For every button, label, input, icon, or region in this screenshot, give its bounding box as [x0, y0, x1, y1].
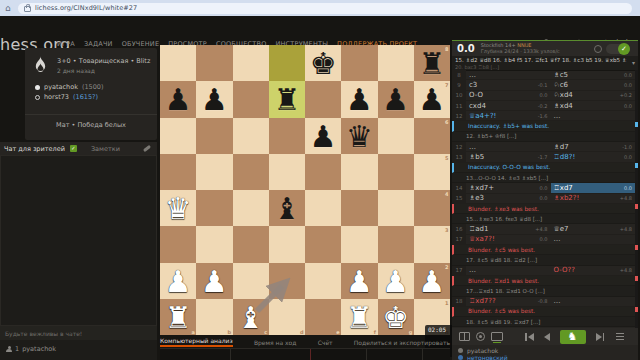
menu-icon[interactable]	[616, 333, 624, 341]
file-label: d	[300, 329, 304, 335]
move-number: 16	[452, 224, 466, 233]
square-c8[interactable]	[233, 45, 269, 81]
move-number: 8	[452, 70, 466, 79]
square-h8[interactable]: ♜8	[414, 45, 450, 81]
nav-learn[interactable]: ОБУЧЕНИЕ	[122, 40, 160, 48]
tab-crosstable[interactable]: Счёт	[318, 339, 333, 346]
variation-line[interactable]: 18. ♗c5 ♕d8 19. ♖xd7 [...]	[452, 317, 635, 327]
judgment-comment: Inaccuracy. O-O-O was best.	[452, 163, 635, 173]
square-f2[interactable]: ♟	[341, 263, 377, 299]
watcher-name[interactable]: pyatachok	[467, 347, 498, 354]
square-c6[interactable]	[233, 118, 269, 154]
eval-graph[interactable]	[160, 348, 450, 360]
engine-header: 0.0 Stockfish 14+ NNUE Глубина 24/24 · 1…	[452, 41, 638, 56]
square-g4[interactable]	[378, 190, 414, 226]
chat-tabs: Чат для зрителей ✓ Заметки	[0, 142, 157, 155]
pv-collapse-icon[interactable]: ▾	[632, 59, 635, 66]
white-move[interactable]: …	[466, 70, 551, 79]
move-number: 12	[452, 111, 466, 120]
square-b5[interactable]	[196, 154, 232, 190]
scroll-mark	[635, 245, 638, 250]
engine-tag: NNUE	[517, 42, 531, 48]
watcher-row[interactable]: нетоновский	[458, 354, 508, 360]
game-date: 2 дня назад	[57, 67, 150, 74]
tab-computer-analysis[interactable]: Компьютерный анализ	[160, 337, 233, 347]
black-move[interactable]: …	[551, 111, 636, 120]
white-move[interactable]: ♖ad1+4.8	[466, 224, 551, 233]
chat-toggle-icon[interactable]: ✓	[70, 145, 77, 152]
square-a7[interactable]: ♟	[160, 81, 196, 117]
square-d5[interactable]	[269, 154, 305, 190]
square-f5[interactable]	[341, 154, 377, 190]
knight-icon: ♞	[568, 330, 578, 344]
variation-line[interactable]: 13...O-O-O 14. ♗e3 ♗xb5 [...]	[452, 173, 635, 183]
square-g5[interactable]	[378, 154, 414, 190]
square-d4[interactable]: ♝	[269, 190, 305, 226]
principal-variation[interactable]: 15. ♗d2 ♕d8 16. ♗b4 f5 17. ♖fc1 ♕f7 18. …	[452, 56, 638, 71]
square-e7[interactable]	[305, 81, 341, 117]
move-row: 12…♗d7-1.0	[452, 142, 635, 152]
square-b6[interactable]	[196, 118, 232, 154]
rank-label: 8	[445, 46, 448, 52]
black-move[interactable]: ♘c60.0	[551, 80, 636, 89]
move-number: 14	[452, 183, 466, 192]
square-h5[interactable]: 5	[414, 154, 450, 190]
square-h4[interactable]: 4	[414, 190, 450, 226]
move-number: 9	[452, 80, 466, 89]
move-row: 11cxd4-0.2♗xd40.0	[452, 101, 635, 111]
square-e5[interactable]	[305, 154, 341, 190]
move-row: 14♗xd7+0.0♖xd70.0	[452, 183, 635, 193]
move-number: 17	[452, 235, 466, 244]
move-row: 18♖xd7??-0.8…	[452, 297, 635, 307]
white-player-name[interactable]: pyatachok	[44, 83, 78, 91]
game-result: Мат • Победа белых	[25, 114, 157, 129]
page: ⌂ lichess.org/ClNxd9lL/white#27 hess.org…	[0, 0, 640, 360]
person-icon	[6, 346, 12, 352]
move-row: 12♕a4+?!-1.6…	[452, 111, 635, 121]
scroll-mark	[635, 307, 638, 312]
screen-icon[interactable]	[491, 332, 503, 341]
time-control: 3+0 • Товарищеская • Blitz	[57, 57, 150, 65]
file-label: a	[191, 329, 194, 335]
watcher-row[interactable]: pyatachok	[458, 347, 508, 354]
black-pawn-f7[interactable]: ♟	[341, 81, 377, 117]
square-c3[interactable]	[233, 226, 269, 262]
square-b3[interactable]	[196, 226, 232, 262]
square-b2[interactable]: ♟	[196, 263, 232, 299]
black-move[interactable]: ♗xd40.0	[551, 101, 636, 110]
tab-share-export[interactable]: Поделиться и экспортировать	[354, 339, 450, 346]
watcher-name[interactable]: нетоновский	[467, 354, 508, 360]
black-player-row[interactable]: horst73 (1615?)	[35, 92, 104, 102]
white-move[interactable]: ♖xd7??-0.8	[466, 297, 551, 306]
white-move[interactable]: ♗xd7+0.0	[466, 183, 551, 192]
engine-depth: Глубина 24/24 · 1333k узлов/с	[481, 49, 560, 55]
square-f7[interactable]: ♟	[341, 81, 377, 117]
address-bar[interactable]: lichess.org/ClNxd9lL/white#27	[18, 3, 632, 14]
engine-settings-icon[interactable]	[594, 45, 602, 53]
move-list: 8…♗c50.09c3-0.1♘c60.010O-O0.0♘xd4+0.211c…	[452, 70, 635, 328]
move-row: 16♖ad1+4.8♕e7+4.8	[452, 224, 635, 234]
white-pawn-g2[interactable]: ♟	[378, 263, 414, 299]
home-icon[interactable]: ⌂	[5, 3, 11, 13]
black-bishop-d4[interactable]: ♝	[269, 190, 305, 226]
black-move[interactable]: ♘xd4+0.2	[551, 91, 636, 100]
white-move[interactable]: …	[466, 266, 551, 275]
file-label: b	[227, 329, 231, 335]
engine-toggle-knob: ✓	[618, 43, 630, 55]
rank-label: 6	[445, 119, 448, 125]
white-color-icon	[35, 85, 40, 90]
black-move[interactable]: …	[551, 235, 636, 244]
square-d1[interactable]: d	[269, 299, 305, 335]
square-g2[interactable]: ♟	[378, 263, 414, 299]
black-player-name[interactable]: horst73	[44, 93, 69, 101]
move-number: 12	[452, 142, 466, 151]
move-row: 15♗e30.0♗xb2?!+4.8	[452, 194, 635, 204]
game-meta-panel: 3+0 • Товарищеская • Blitz 2 дня назад p…	[25, 48, 157, 140]
watchers-list: pyatachok нетоновский mustfov	[458, 347, 508, 360]
engine-info: Stockfish 14+ NNUE Глубина 24/24 · 1333k…	[481, 43, 560, 55]
white-move[interactable]: …	[466, 142, 551, 151]
skip-first-button[interactable]	[525, 333, 534, 341]
file-label: f	[374, 329, 376, 335]
black-move[interactable]: ♖d8?!0.0	[551, 152, 636, 161]
move-number: 17	[452, 266, 466, 275]
square-b8[interactable]	[196, 45, 232, 81]
black-move[interactable]: ♗d7-1.0	[551, 142, 636, 151]
square-e3[interactable]	[305, 226, 341, 262]
tab-spectator-chat[interactable]: Чат для зрителей	[4, 145, 65, 153]
square-a1[interactable]: ♜a	[160, 299, 196, 335]
square-a6[interactable]	[160, 118, 196, 154]
black-move[interactable]: ♗c50.0	[551, 70, 636, 79]
square-f8[interactable]	[341, 45, 377, 81]
white-move[interactable]: ♗e30.0	[466, 194, 551, 203]
move-row: 9c3-0.1♘c60.0	[452, 80, 635, 90]
chat-placeholder: Будьте вежливы в чате!	[5, 330, 82, 337]
square-h7[interactable]: ♟7	[414, 81, 450, 117]
white-pawn-f2[interactable]: ♟	[341, 263, 377, 299]
tab-move-times[interactable]: Время на ход	[254, 339, 297, 346]
square-e4[interactable]	[305, 190, 341, 226]
square-d2[interactable]	[269, 263, 305, 299]
square-e6[interactable]: ♟	[305, 118, 341, 154]
black-move[interactable]: ♕e7+4.8	[551, 224, 636, 233]
move-number: 11	[452, 101, 466, 110]
pv-line[interactable]: 15. ♗d2 ♕d8 16. ♗b4 f5 17. ♖fc1 ♕f7 18. …	[455, 57, 627, 63]
browser-bar: ⌂ lichess.org/ClNxd9lL/white#27	[0, 0, 640, 17]
move-row: 17♕xa7?!0.0…	[452, 235, 635, 245]
rank-label: 4	[445, 191, 448, 197]
white-move[interactable]: ♕xa7?!0.0	[466, 235, 551, 244]
black-color-icon	[35, 95, 40, 100]
square-g6[interactable]	[378, 118, 414, 154]
lock-icon	[24, 6, 31, 12]
square-f6[interactable]: ♛	[341, 118, 377, 154]
white-move[interactable]: c3-0.1	[466, 80, 551, 89]
spectators-row: 1 pyatachok	[6, 345, 56, 353]
rank-label: 3	[445, 227, 448, 233]
spectator-name[interactable]: pyatachok	[22, 345, 56, 353]
move-row: 8…♗c50.0	[452, 70, 635, 80]
judgment-comment: Blunder. ♗c5 was best.	[452, 245, 635, 255]
square-c5[interactable]	[233, 154, 269, 190]
engine-name: Stockfish 14+	[481, 42, 516, 48]
analysis-panel: 0.0 Stockfish 14+ NNUE Глубина 24/24 · 1…	[452, 40, 638, 360]
square-h3[interactable]: 3	[414, 226, 450, 262]
blitz-flame-icon	[33, 56, 48, 74]
analysis-controls: ♞	[452, 328, 638, 345]
move-number: 10	[452, 91, 466, 100]
move-list-scrollbar[interactable]	[635, 70, 638, 328]
square-e2[interactable]	[305, 263, 341, 299]
square-d7[interactable]: ♜	[269, 81, 305, 117]
user-dot-icon	[458, 348, 463, 353]
white-pawn-b2[interactable]: ♟	[196, 263, 232, 299]
url-text: lichess.org/ClNxd9lL/white#27	[35, 4, 137, 12]
black-king-e8[interactable]: ♚	[305, 45, 341, 81]
black-pawn-e6[interactable]: ♟	[305, 118, 341, 154]
move-row: 13♗b5-1.7♖d8?!0.0	[452, 152, 635, 162]
judgment-comment: Blunder. ♗xe3 was best.	[452, 204, 635, 214]
black-pawn-b7[interactable]: ♟	[196, 81, 232, 117]
analysis-tabs: Компьютерный анализ Время на ход Счёт По…	[160, 337, 450, 347]
variation-line[interactable]: 15...♗xe3 16. fxe3 ♕d8 [...]	[452, 214, 635, 224]
chat-messages	[0, 155, 157, 326]
move-number: 13	[452, 152, 466, 161]
square-g1[interactable]: ♚g	[378, 299, 414, 335]
black-move[interactable]: O-O??+4.8	[551, 266, 636, 275]
nav-play[interactable]: ИГРА	[57, 40, 75, 48]
judgment-comment: Blunder. ♗c5 was best.	[452, 307, 635, 317]
square-a4[interactable]: ♛	[160, 190, 196, 226]
square-g3[interactable]	[378, 226, 414, 262]
scroll-mark	[635, 276, 638, 281]
square-c4[interactable]	[233, 190, 269, 226]
black-move[interactable]: ♖xd70.0	[551, 183, 636, 192]
square-a2[interactable]: ♟	[160, 263, 196, 299]
square-e8[interactable]: ♚	[305, 45, 341, 81]
white-move[interactable]: cxd4-0.2	[466, 101, 551, 110]
engine-toggle[interactable]: ✓	[606, 44, 630, 54]
white-pawn-a2[interactable]: ♟	[160, 263, 196, 299]
user-dot-icon	[458, 355, 463, 360]
black-queen-f6[interactable]: ♛	[341, 118, 377, 154]
square-f3[interactable]	[341, 226, 377, 262]
scroll-mark	[635, 122, 638, 127]
move-row: 10O-O0.0♘xd4+0.2	[452, 91, 635, 101]
square-b4[interactable]	[196, 190, 232, 226]
rank-label: 7	[445, 82, 448, 88]
black-player-rating: (1615?)	[73, 93, 98, 101]
white-move[interactable]: O-O0.0	[466, 91, 551, 100]
move-row: 17…O-O??+4.8	[452, 266, 635, 276]
move-number: 18	[452, 297, 466, 306]
game-meta-text: 3+0 • Товарищеская • Blitz 2 дня назад	[57, 57, 150, 74]
scroll-mark	[635, 204, 638, 209]
black-pawn-g7[interactable]: ♟	[378, 81, 414, 117]
white-player-rating: (1500)	[82, 83, 104, 91]
chess-board[interactable]: ♚♜8♟♟♜♟♟♟7♟♛65♛♝43♟♟♟♟♟2♜ab♝cde♜f♚g1h	[160, 45, 450, 335]
chat-input[interactable]: Будьте вежливы в чате!	[0, 326, 157, 340]
phone-icon[interactable]	[143, 145, 151, 152]
square-d3[interactable]	[269, 226, 305, 262]
square-d8[interactable]	[269, 45, 305, 81]
next-move-button[interactable]	[596, 333, 605, 341]
rank-label: 1	[445, 300, 448, 306]
white-move[interactable]: ♗b5-1.7	[466, 152, 551, 161]
square-h2[interactable]: ♟2	[414, 263, 450, 299]
file-label: e	[336, 329, 339, 335]
square-f4[interactable]	[341, 190, 377, 226]
square-h6[interactable]: 6	[414, 118, 450, 154]
black-move[interactable]: ♗xb2?!+4.8	[551, 194, 636, 203]
square-a3[interactable]	[160, 226, 196, 262]
square-d6[interactable]	[269, 118, 305, 154]
square-f1[interactable]: ♜f	[341, 299, 377, 335]
square-b7[interactable]: ♟	[196, 81, 232, 117]
eval-score: 0.0	[457, 43, 475, 54]
rank-label: 5	[445, 155, 448, 161]
spectator-count: 1	[15, 345, 19, 353]
chat-panel: Чат для зрителей ✓ Заметки Будьте вежлив…	[0, 142, 157, 360]
square-c7[interactable]	[233, 81, 269, 117]
site-header: hess.org ИГРА ЗАДАЧИ ОБУЧЕНИЕ ПРОСМОТР С…	[0, 16, 640, 40]
square-a5[interactable]	[160, 154, 196, 190]
black-rook-d7[interactable]: ♜	[269, 81, 305, 117]
white-move[interactable]: ♕a4+?!-1.6	[466, 111, 551, 120]
square-e1[interactable]: e	[305, 299, 341, 335]
rank-label: 2	[445, 264, 448, 270]
square-a8[interactable]	[160, 45, 196, 81]
practice-button[interactable]: ♞	[560, 330, 586, 344]
tab-notes[interactable]: Заметки	[91, 145, 120, 153]
square-b1[interactable]: b	[196, 299, 232, 335]
variation-line[interactable]: 12. ♗b5+ ♔f8 [...]	[452, 132, 635, 142]
file-label: c	[264, 329, 267, 335]
players: pyatachok (1500) horst73 (1615?)	[35, 82, 104, 102]
target-icon[interactable]	[476, 332, 485, 341]
white-queen-a4[interactable]: ♛	[160, 190, 196, 226]
square-c1[interactable]: ♝c	[233, 299, 269, 335]
square-c2[interactable]	[233, 263, 269, 299]
variation-line[interactable]: 17. ♗c5 ♕d8 18. ♖d2 [...]	[452, 255, 635, 265]
square-g7[interactable]: ♟	[378, 81, 414, 117]
square-g8[interactable]	[378, 45, 414, 81]
move-number: 15	[452, 194, 466, 203]
variation-line[interactable]: 17...♖xd1 18. ♖xd1 O-O [...]	[452, 286, 635, 296]
nav-puzzles[interactable]: ЗАДАЧИ	[84, 40, 113, 48]
white-rook-f1[interactable]: ♜	[341, 299, 377, 335]
scroll-mark	[635, 163, 638, 168]
judgment-comment: Blunder. ♖xd1 was best.	[452, 276, 635, 286]
judgment-comment: Inaccuracy. ♗b5+ was best.	[452, 121, 635, 131]
black-move[interactable]: …	[551, 297, 636, 306]
black-pawn-a7[interactable]: ♟	[160, 81, 196, 117]
file-label: g	[409, 329, 413, 335]
white-player-row[interactable]: pyatachok (1500)	[35, 82, 104, 92]
prev-move-button[interactable]	[544, 333, 550, 341]
book-icon[interactable]	[459, 332, 470, 341]
